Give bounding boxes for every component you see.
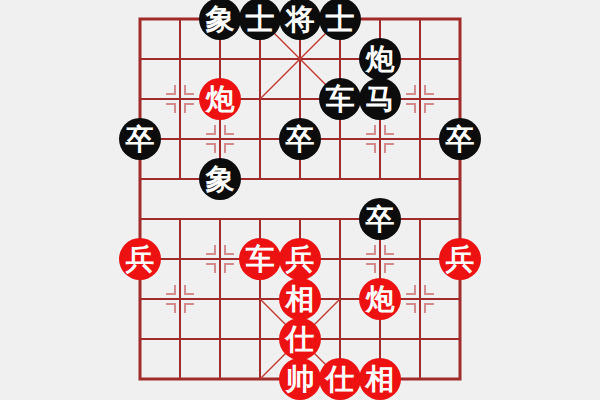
- piece-red-cannon-right[interactable]: 炮: [359, 278, 401, 320]
- piece-black-advisor-right[interactable]: 士: [319, 0, 361, 40]
- piece-red-advisor-center[interactable]: 仕: [279, 318, 321, 360]
- piece-red-pawn-a[interactable]: 兵: [119, 238, 161, 280]
- piece-black-elephant-left[interactable]: 象: [199, 0, 241, 40]
- piece-black-horse[interactable]: 马: [359, 78, 401, 120]
- xiangqi-board-screenshot: 象士将士炮炮车马卒卒卒象卒兵车兵兵相炮仕帅仕相: [0, 0, 600, 400]
- piece-black-soldier-g[interactable]: 卒: [359, 198, 401, 240]
- piece-black-chariot[interactable]: 车: [319, 78, 361, 120]
- pieces-layer: 象士将士炮炮车马卒卒卒象卒兵车兵兵相炮仕帅仕相: [0, 0, 600, 400]
- piece-red-elephant-right[interactable]: 相: [359, 358, 401, 400]
- piece-red-pawn-e[interactable]: 兵: [279, 238, 321, 280]
- piece-black-soldier-e[interactable]: 卒: [279, 118, 321, 160]
- piece-black-general[interactable]: 将: [279, 0, 321, 40]
- piece-black-advisor-left[interactable]: 士: [239, 0, 281, 40]
- piece-red-cannon-left[interactable]: 炮: [199, 78, 241, 120]
- piece-red-king[interactable]: 帅: [279, 358, 321, 400]
- piece-black-soldier-a[interactable]: 卒: [119, 118, 161, 160]
- piece-red-chariot[interactable]: 车: [239, 238, 281, 280]
- piece-black-soldier-i[interactable]: 卒: [439, 118, 481, 160]
- piece-red-elephant-center[interactable]: 相: [279, 278, 321, 320]
- piece-black-elephant-river[interactable]: 象: [199, 158, 241, 200]
- piece-black-cannon[interactable]: 炮: [359, 38, 401, 80]
- piece-red-pawn-i[interactable]: 兵: [439, 238, 481, 280]
- piece-red-advisor-right[interactable]: 仕: [319, 358, 361, 400]
